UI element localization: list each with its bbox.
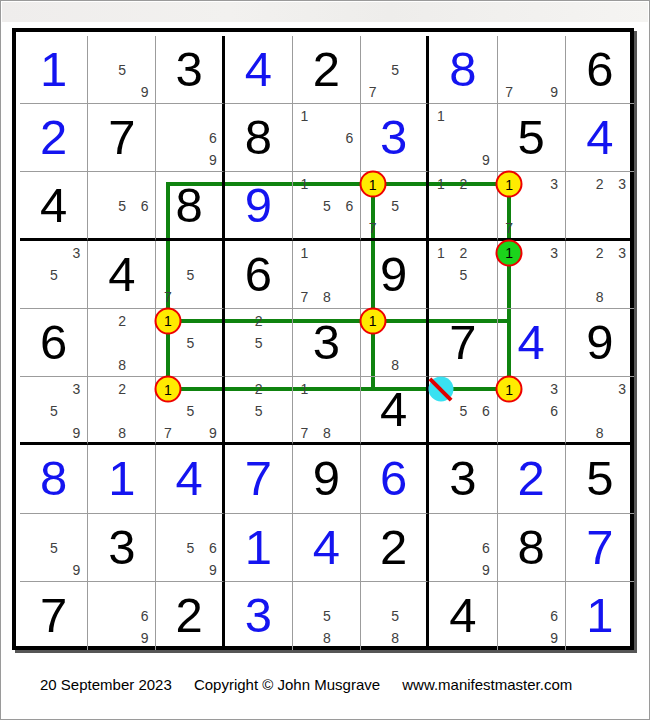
candidate-2: 2 — [596, 246, 604, 260]
given-digit: 9 — [293, 445, 360, 512]
given-digit: 4 — [88, 241, 155, 308]
cell-r2c8[interactable]: 5 — [498, 104, 566, 172]
candidate-6: 6 — [209, 541, 217, 555]
cell-r4c6[interactable]: 9 — [361, 241, 429, 309]
candidate-9: 9 — [550, 85, 558, 99]
candidate-1: 1 — [437, 177, 445, 191]
cell-r8c2[interactable]: 3 — [88, 514, 156, 582]
footer: 20 September 2023 Copyright © John Musgr… — [40, 676, 590, 693]
cell-r3c9[interactable]: 23 — [566, 172, 634, 240]
candidate-8: 8 — [596, 290, 604, 304]
candidate-8: 8 — [323, 631, 331, 645]
cell-r1c2[interactable]: 59 — [88, 36, 156, 104]
cell-r9c6[interactable]: 58 — [361, 582, 429, 650]
given-digit: 7 — [88, 104, 155, 171]
cell-r8c6[interactable]: 2 — [361, 514, 429, 582]
cell-r2c1[interactable]: 2 — [20, 104, 88, 172]
given-digit: 8 — [498, 514, 565, 581]
candidate-8: 8 — [118, 426, 126, 440]
candidate-7: 7 — [369, 85, 377, 99]
candidate-9: 9 — [209, 563, 217, 577]
cell-r4c5[interactable]: 178 — [293, 241, 361, 309]
cell-r6c7[interactable]: 156 — [429, 377, 497, 445]
candidate-3: 3 — [618, 246, 626, 260]
cell-r9c5[interactable]: 58 — [293, 582, 361, 650]
solved-digit: 9 — [225, 172, 292, 237]
candidate-2: 2 — [118, 382, 126, 396]
cell-r5c4[interactable]: 25 — [225, 309, 293, 377]
cell-r4c9[interactable]: 238 — [566, 241, 634, 309]
candidate-2: 2 — [596, 177, 604, 191]
cell-r3c8[interactable]: 137 — [498, 172, 566, 240]
cell-r4c7[interactable]: 125 — [429, 241, 497, 309]
candidate-9: 9 — [73, 426, 81, 440]
solved-digit: 3 — [361, 104, 426, 171]
candidate-2: 2 — [118, 314, 126, 328]
candidate-1: 1 — [369, 177, 377, 191]
cell-r3c1[interactable]: 4 — [20, 172, 88, 240]
cell-r5c6[interactable]: 18 — [361, 309, 429, 377]
solved-digit: 2 — [20, 104, 87, 171]
candidate-1: 1 — [164, 382, 172, 396]
candidate-7: 7 — [505, 221, 513, 235]
cell-r4c3[interactable]: 57 — [156, 241, 224, 309]
solved-digit: 1 — [566, 582, 634, 650]
given-digit: 4 — [361, 377, 426, 442]
candidate-5: 5 — [187, 541, 195, 555]
footer-site-url: www.manifestmaster.com — [402, 676, 572, 693]
cell-r4c8[interactable]: 13 — [498, 241, 566, 309]
given-digit: 4 — [20, 172, 87, 237]
given-digit: 6 — [225, 241, 292, 308]
candidate-9: 9 — [482, 563, 490, 577]
solved-digit: 1 — [20, 36, 87, 103]
cell-r8c7[interactable]: 69 — [429, 514, 497, 582]
cell-r2c6[interactable]: 3 — [361, 104, 429, 172]
cell-r5c8[interactable]: 4 — [498, 309, 566, 377]
candidate-3: 3 — [618, 382, 626, 396]
given-digit: 3 — [429, 445, 496, 512]
candidate-6: 6 — [550, 609, 558, 623]
candidate-5: 5 — [50, 404, 58, 418]
cell-r7c2[interactable]: 1 — [88, 445, 156, 513]
given-digit: 7 — [429, 309, 496, 376]
candidate-5: 5 — [118, 63, 126, 77]
footer-date: 20 September 2023 — [40, 676, 172, 693]
candidate-5: 5 — [459, 404, 467, 418]
cell-r2c4[interactable]: 8 — [225, 104, 293, 172]
candidate-5: 5 — [187, 404, 195, 418]
candidate-3: 3 — [618, 177, 626, 191]
given-digit: 5 — [566, 445, 634, 512]
cell-r1c5[interactable]: 2 — [293, 36, 361, 104]
candidate-6: 6 — [345, 199, 353, 213]
cell-r8c1[interactable]: 59 — [20, 514, 88, 582]
candidate-2: 2 — [255, 382, 263, 396]
candidate-1: 1 — [164, 314, 172, 328]
given-digit: 9 — [361, 241, 426, 308]
candidate-9: 9 — [141, 85, 149, 99]
solved-digit: 4 — [156, 445, 221, 512]
candidate-1: 1 — [300, 177, 308, 191]
cell-r2c5[interactable]: 16 — [293, 104, 361, 172]
cell-r3c2[interactable]: 56 — [88, 172, 156, 240]
candidate-1: 1 — [505, 177, 513, 191]
candidate-5: 5 — [391, 63, 399, 77]
cell-r8c8[interactable]: 8 — [498, 514, 566, 582]
candidate-5: 5 — [459, 268, 467, 282]
candidate-6: 6 — [141, 609, 149, 623]
candidate-7: 7 — [164, 290, 172, 304]
sudoku-grid: 1593425787962769816319544568915615712137… — [20, 36, 634, 650]
given-digit: 4 — [429, 582, 496, 650]
cell-r2c9[interactable]: 4 — [566, 104, 634, 172]
given-digit: 6 — [566, 36, 634, 103]
solved-digit: 4 — [566, 104, 634, 171]
candidate-3: 3 — [550, 177, 558, 191]
sudoku-board: 1593425787962769816319544568915615712137… — [12, 28, 634, 650]
candidate-8: 8 — [391, 358, 399, 372]
candidate-5: 5 — [118, 199, 126, 213]
cell-r3c7[interactable]: 12 — [429, 172, 497, 240]
given-digit: 9 — [566, 309, 634, 376]
candidate-9: 9 — [73, 563, 81, 577]
solved-digit: 4 — [293, 514, 360, 581]
candidate-2: 2 — [459, 177, 467, 191]
cell-r4c4[interactable]: 6 — [225, 241, 293, 309]
candidate-7: 7 — [369, 221, 377, 235]
candidate-7: 7 — [505, 85, 513, 99]
candidate-1: 1 — [300, 109, 308, 123]
solved-digit: 8 — [429, 36, 496, 103]
candidate-8: 8 — [323, 426, 331, 440]
cell-r9c4[interactable]: 3 — [225, 582, 293, 650]
candidate-7: 7 — [300, 426, 308, 440]
cell-r9c2[interactable]: 69 — [88, 582, 156, 650]
solved-digit: 4 — [225, 36, 292, 103]
cell-r5c1[interactable]: 6 — [20, 309, 88, 377]
candidate-9: 9 — [209, 153, 217, 167]
candidate-9: 9 — [550, 631, 558, 645]
candidate-5: 5 — [187, 268, 195, 282]
candidate-1: 1 — [505, 246, 513, 260]
cell-r1c1[interactable]: 1 — [20, 36, 88, 104]
cell-r8c5[interactable]: 4 — [293, 514, 361, 582]
cell-r6c5[interactable]: 178 — [293, 377, 361, 445]
cell-r6c1[interactable]: 359 — [20, 377, 88, 445]
candidate-5: 5 — [50, 268, 58, 282]
cell-r8c4[interactable]: 1 — [225, 514, 293, 582]
cell-r3c3[interactable]: 8 — [156, 172, 224, 240]
candidate-8: 8 — [596, 426, 604, 440]
given-digit: 6 — [20, 309, 87, 376]
candidate-5: 5 — [323, 199, 331, 213]
cell-r9c1[interactable]: 7 — [20, 582, 88, 650]
cell-r2c2[interactable]: 7 — [88, 104, 156, 172]
candidate-8: 8 — [118, 358, 126, 372]
given-digit: 2 — [293, 36, 360, 103]
cell-r8c9[interactable]: 7 — [566, 514, 634, 582]
cell-r7c8[interactable]: 2 — [498, 445, 566, 513]
solved-digit: 8 — [20, 445, 87, 512]
cell-r1c9[interactable]: 6 — [566, 36, 634, 104]
cell-r6c4[interactable]: 25 — [225, 377, 293, 445]
candidate-6: 6 — [482, 404, 490, 418]
cell-r5c2[interactable]: 28 — [88, 309, 156, 377]
candidate-9: 9 — [482, 153, 490, 167]
candidate-1: 1 — [300, 246, 308, 260]
cell-r7c6[interactable]: 6 — [361, 445, 429, 513]
candidate-7: 7 — [300, 290, 308, 304]
cell-r9c7[interactable]: 4 — [429, 582, 497, 650]
candidate-5: 5 — [187, 336, 195, 350]
cell-r6c6[interactable]: 4 — [361, 377, 429, 445]
cell-r1c8[interactable]: 79 — [498, 36, 566, 104]
candidate-1: 1 — [505, 382, 513, 396]
solved-digit: 1 — [88, 445, 155, 512]
given-digit: 3 — [293, 309, 360, 376]
cell-r1c6[interactable]: 57 — [361, 36, 429, 104]
solved-digit: 3 — [225, 582, 292, 650]
candidate-1: 1 — [437, 109, 445, 123]
candidate-3: 3 — [550, 382, 558, 396]
cell-r5c9[interactable]: 9 — [566, 309, 634, 377]
candidate-3: 3 — [550, 246, 558, 260]
solved-digit: 2 — [498, 445, 565, 512]
cell-r7c1[interactable]: 8 — [20, 445, 88, 513]
candidate-5: 5 — [391, 609, 399, 623]
candidate-9: 9 — [141, 631, 149, 645]
cell-r7c3[interactable]: 4 — [156, 445, 224, 513]
candidate-1: 1 — [369, 314, 377, 328]
cell-r5c7[interactable]: 7 — [429, 309, 497, 377]
candidate-6: 6 — [141, 199, 149, 213]
cell-r4c1[interactable]: 35 — [20, 241, 88, 309]
candidate-1: 1 — [437, 382, 445, 396]
cell-r9c9[interactable]: 1 — [566, 582, 634, 650]
candidate-3: 3 — [73, 382, 81, 396]
solved-digit: 6 — [361, 445, 426, 512]
candidate-2: 2 — [459, 246, 467, 260]
candidate-8: 8 — [323, 290, 331, 304]
cell-r8c3[interactable]: 569 — [156, 514, 224, 582]
cell-r9c8[interactable]: 69 — [498, 582, 566, 650]
cell-r7c4[interactable]: 7 — [225, 445, 293, 513]
candidate-7: 7 — [164, 426, 172, 440]
cell-r6c9[interactable]: 38 — [566, 377, 634, 445]
given-digit: 2 — [156, 582, 221, 650]
given-digit: 8 — [156, 172, 221, 237]
candidate-1: 1 — [300, 382, 308, 396]
candidate-8: 8 — [391, 631, 399, 645]
candidate-5: 5 — [50, 541, 58, 555]
cell-r3c4[interactable]: 9 — [225, 172, 293, 240]
candidate-9: 9 — [209, 426, 217, 440]
given-digit: 8 — [225, 104, 292, 171]
cell-r6c3[interactable]: 1579 — [156, 377, 224, 445]
cell-r5c5[interactable]: 3 — [293, 309, 361, 377]
given-digit: 2 — [361, 514, 426, 581]
cell-r1c4[interactable]: 4 — [225, 36, 293, 104]
solved-digit: 4 — [498, 309, 565, 376]
cell-r1c7[interactable]: 8 — [429, 36, 497, 104]
cell-r5c3[interactable]: 15 — [156, 309, 224, 377]
cell-r1c3[interactable]: 3 — [156, 36, 224, 104]
cell-r4c2[interactable]: 4 — [88, 241, 156, 309]
cell-r9c3[interactable]: 2 — [156, 582, 224, 650]
given-digit: 5 — [498, 104, 565, 171]
candidate-6: 6 — [209, 131, 217, 145]
candidate-3: 3 — [73, 246, 81, 260]
cell-r7c5[interactable]: 9 — [293, 445, 361, 513]
candidate-5: 5 — [255, 404, 263, 418]
candidate-5: 5 — [391, 199, 399, 213]
cell-r3c6[interactable]: 157 — [361, 172, 429, 240]
footer-copyright: Copyright © John Musgrave — [194, 676, 380, 693]
candidate-2: 2 — [255, 314, 263, 328]
solved-digit: 7 — [225, 445, 292, 512]
candidate-5: 5 — [323, 609, 331, 623]
cell-r6c2[interactable]: 28 — [88, 377, 156, 445]
candidate-1: 1 — [437, 246, 445, 260]
candidate-6: 6 — [345, 131, 353, 145]
cell-r7c7[interactable]: 3 — [429, 445, 497, 513]
solved-digit: 7 — [566, 514, 634, 581]
cell-r2c3[interactable]: 69 — [156, 104, 224, 172]
cell-r3c5[interactable]: 156 — [293, 172, 361, 240]
given-digit: 3 — [88, 514, 155, 581]
solved-digit: 1 — [225, 514, 292, 581]
window-chrome-strip — [2, 2, 648, 22]
cell-r6c8[interactable]: 136 — [498, 377, 566, 445]
cell-r7c9[interactable]: 5 — [566, 445, 634, 513]
given-digit: 7 — [20, 582, 87, 650]
given-digit: 3 — [156, 36, 221, 103]
candidate-5: 5 — [255, 336, 263, 350]
candidate-6: 6 — [482, 541, 490, 555]
cell-r2c7[interactable]: 19 — [429, 104, 497, 172]
candidate-6: 6 — [550, 404, 558, 418]
